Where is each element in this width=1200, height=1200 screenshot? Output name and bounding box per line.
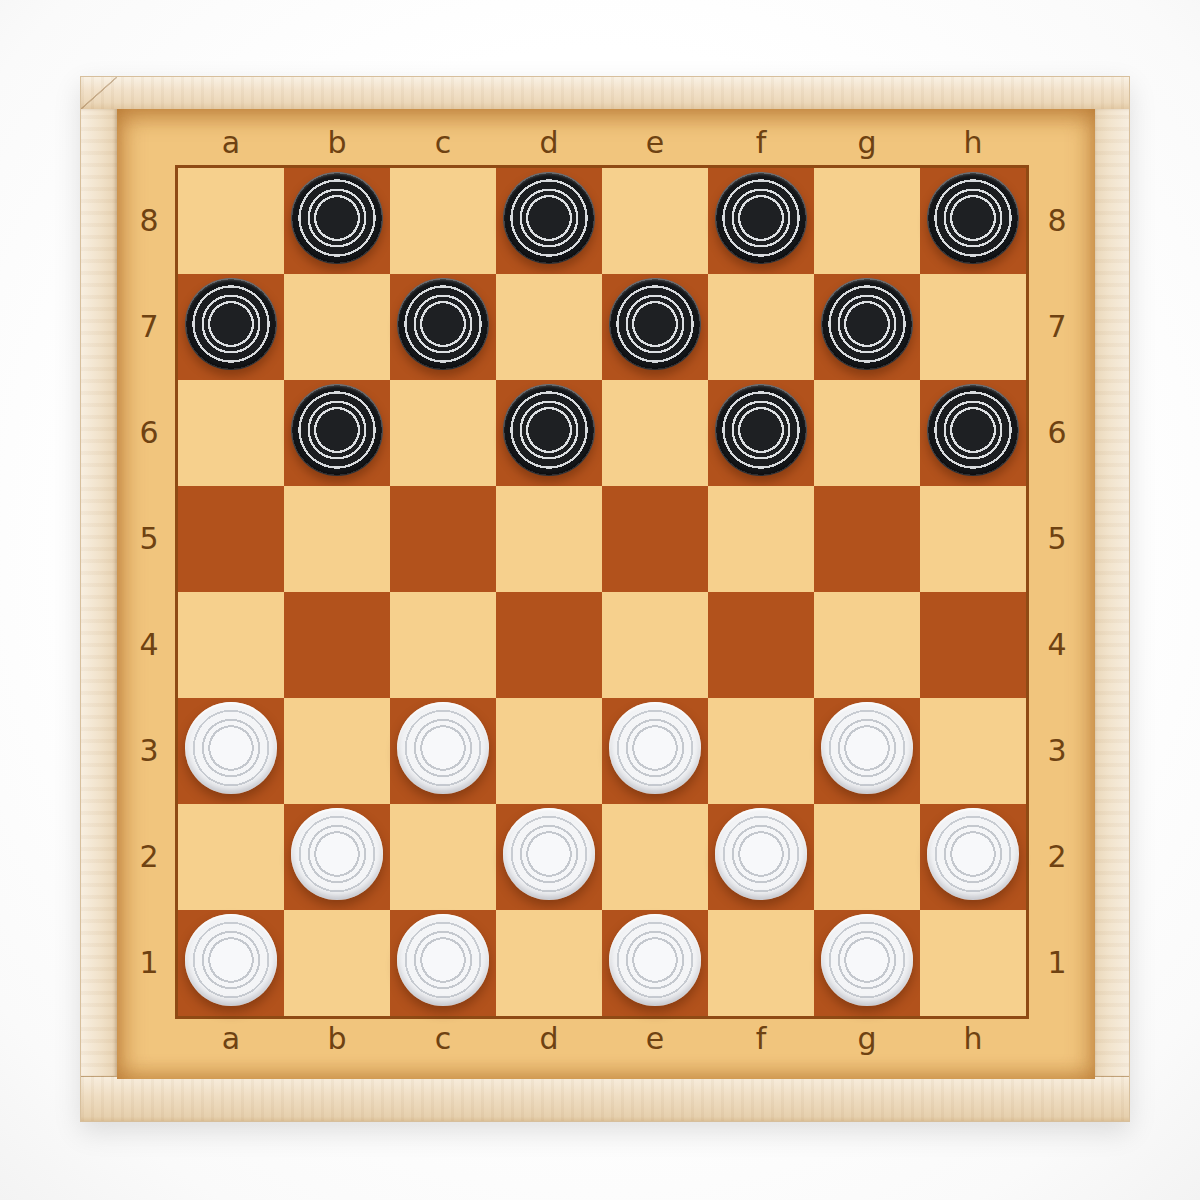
frame-bottom-rail: [81, 1076, 1129, 1121]
black-checker-g7[interactable]: [821, 278, 913, 370]
file-label-top-f: f: [708, 123, 814, 163]
frame-corner-seam: [81, 77, 117, 109]
square-b3[interactable]: [284, 698, 390, 804]
square-g5[interactable]: [814, 486, 920, 592]
square-f4[interactable]: [708, 592, 814, 698]
square-c2[interactable]: [390, 804, 496, 910]
square-h1[interactable]: [920, 910, 1026, 1016]
square-h4[interactable]: [920, 592, 1026, 698]
black-checker-h6[interactable]: [927, 384, 1019, 476]
square-f3[interactable]: [708, 698, 814, 804]
square-d1[interactable]: [496, 910, 602, 1016]
black-checker-f8[interactable]: [715, 172, 807, 264]
square-a2[interactable]: [178, 804, 284, 910]
white-checker-e3[interactable]: [609, 702, 701, 794]
square-b6[interactable]: [284, 380, 390, 486]
square-f7[interactable]: [708, 274, 814, 380]
file-label-top-c: c: [390, 123, 496, 163]
white-checker-e1[interactable]: [609, 914, 701, 1006]
rank-label-left-2: 2: [123, 804, 175, 910]
square-d2[interactable]: [496, 804, 602, 910]
square-d8[interactable]: [496, 168, 602, 274]
square-b7[interactable]: [284, 274, 390, 380]
rank-label-right-5: 5: [1031, 486, 1083, 592]
square-g7[interactable]: [814, 274, 920, 380]
file-label-bottom-b: b: [284, 1019, 390, 1059]
white-checker-g3[interactable]: [821, 702, 913, 794]
square-f5[interactable]: [708, 486, 814, 592]
rank-label-left-8: 8: [123, 168, 175, 274]
frame-top-rail: [81, 77, 1129, 110]
rank-label-left-4: 4: [123, 592, 175, 698]
square-a3[interactable]: [178, 698, 284, 804]
black-checker-a7[interactable]: [185, 278, 277, 370]
file-label-bottom-h: h: [920, 1019, 1026, 1059]
square-h7[interactable]: [920, 274, 1026, 380]
square-a6[interactable]: [178, 380, 284, 486]
file-label-bottom-f: f: [708, 1019, 814, 1059]
square-d5[interactable]: [496, 486, 602, 592]
square-d6[interactable]: [496, 380, 602, 486]
square-e3[interactable]: [602, 698, 708, 804]
file-label-bottom-c: c: [390, 1019, 496, 1059]
rank-label-left-3: 3: [123, 698, 175, 804]
file-label-top-g: g: [814, 123, 920, 163]
square-g2[interactable]: [814, 804, 920, 910]
square-c4[interactable]: [390, 592, 496, 698]
square-a1[interactable]: [178, 910, 284, 1016]
file-label-bottom-d: d: [496, 1019, 602, 1059]
square-b5[interactable]: [284, 486, 390, 592]
square-g4[interactable]: [814, 592, 920, 698]
square-h5[interactable]: [920, 486, 1026, 592]
square-e8[interactable]: [602, 168, 708, 274]
square-a4[interactable]: [178, 592, 284, 698]
rank-label-right-2: 2: [1031, 804, 1083, 910]
black-checker-f6[interactable]: [715, 384, 807, 476]
black-checker-e7[interactable]: [609, 278, 701, 370]
square-a5[interactable]: [178, 486, 284, 592]
black-checker-d8[interactable]: [503, 172, 595, 264]
white-checker-c3[interactable]: [397, 702, 489, 794]
white-checker-a3[interactable]: [185, 702, 277, 794]
square-h3[interactable]: [920, 698, 1026, 804]
square-e4[interactable]: [602, 592, 708, 698]
square-f2[interactable]: [708, 804, 814, 910]
file-label-top-d: d: [496, 123, 602, 163]
square-e5[interactable]: [602, 486, 708, 592]
square-a7[interactable]: [178, 274, 284, 380]
rank-label-left-1: 1: [123, 910, 175, 1016]
white-checker-h2[interactable]: [927, 808, 1019, 900]
square-f1[interactable]: [708, 910, 814, 1016]
white-checker-f2[interactable]: [715, 808, 807, 900]
rank-label-right-1: 1: [1031, 910, 1083, 1016]
rank-label-left-5: 5: [123, 486, 175, 592]
square-c6[interactable]: [390, 380, 496, 486]
square-g1[interactable]: [814, 910, 920, 1016]
white-checker-b2[interactable]: [291, 808, 383, 900]
checkers-board-photo: abcdefgh abcdefgh 87654321 87654321: [0, 0, 1200, 1200]
rank-label-right-3: 3: [1031, 698, 1083, 804]
square-e6[interactable]: [602, 380, 708, 486]
square-d7[interactable]: [496, 274, 602, 380]
black-checker-b6[interactable]: [291, 384, 383, 476]
rank-label-left-6: 6: [123, 380, 175, 486]
square-e1[interactable]: [602, 910, 708, 1016]
square-f8[interactable]: [708, 168, 814, 274]
square-c3[interactable]: [390, 698, 496, 804]
square-e2[interactable]: [602, 804, 708, 910]
square-b1[interactable]: [284, 910, 390, 1016]
white-checker-d2[interactable]: [503, 808, 595, 900]
rank-label-right-4: 4: [1031, 592, 1083, 698]
square-f6[interactable]: [708, 380, 814, 486]
square-b4[interactable]: [284, 592, 390, 698]
square-c8[interactable]: [390, 168, 496, 274]
square-c7[interactable]: [390, 274, 496, 380]
white-checker-c1[interactable]: [397, 914, 489, 1006]
rank-label-right-8: 8: [1031, 168, 1083, 274]
white-checker-g1[interactable]: [821, 914, 913, 1006]
square-h6[interactable]: [920, 380, 1026, 486]
white-checker-a1[interactable]: [185, 914, 277, 1006]
square-d3[interactable]: [496, 698, 602, 804]
black-checker-h8[interactable]: [927, 172, 1019, 264]
frame-right-rail: [1093, 109, 1129, 1079]
rank-label-left-7: 7: [123, 274, 175, 380]
file-label-bottom-g: g: [814, 1019, 920, 1059]
wooden-frame: abcdefgh abcdefgh 87654321 87654321: [80, 76, 1130, 1122]
file-label-bottom-a: a: [178, 1019, 284, 1059]
frame-left-rail: [81, 109, 117, 1079]
black-checker-c7[interactable]: [397, 278, 489, 370]
square-a8[interactable]: [178, 168, 284, 274]
file-label-top-h: h: [920, 123, 1026, 163]
black-checker-b8[interactable]: [291, 172, 383, 264]
square-b2[interactable]: [284, 804, 390, 910]
black-checker-d6[interactable]: [503, 384, 595, 476]
rank-label-right-7: 7: [1031, 274, 1083, 380]
square-h8[interactable]: [920, 168, 1026, 274]
square-h2[interactable]: [920, 804, 1026, 910]
square-c1[interactable]: [390, 910, 496, 1016]
file-label-top-b: b: [284, 123, 390, 163]
square-g3[interactable]: [814, 698, 920, 804]
rank-label-right-6: 6: [1031, 380, 1083, 486]
square-d4[interactable]: [496, 592, 602, 698]
square-g8[interactable]: [814, 168, 920, 274]
board-sheet: abcdefgh abcdefgh 87654321 87654321: [117, 109, 1095, 1079]
checkers-board: [175, 165, 1029, 1019]
square-c5[interactable]: [390, 486, 496, 592]
square-g6[interactable]: [814, 380, 920, 486]
file-label-bottom-e: e: [602, 1019, 708, 1059]
file-label-top-a: a: [178, 123, 284, 163]
square-b8[interactable]: [284, 168, 390, 274]
square-e7[interactable]: [602, 274, 708, 380]
file-label-top-e: e: [602, 123, 708, 163]
